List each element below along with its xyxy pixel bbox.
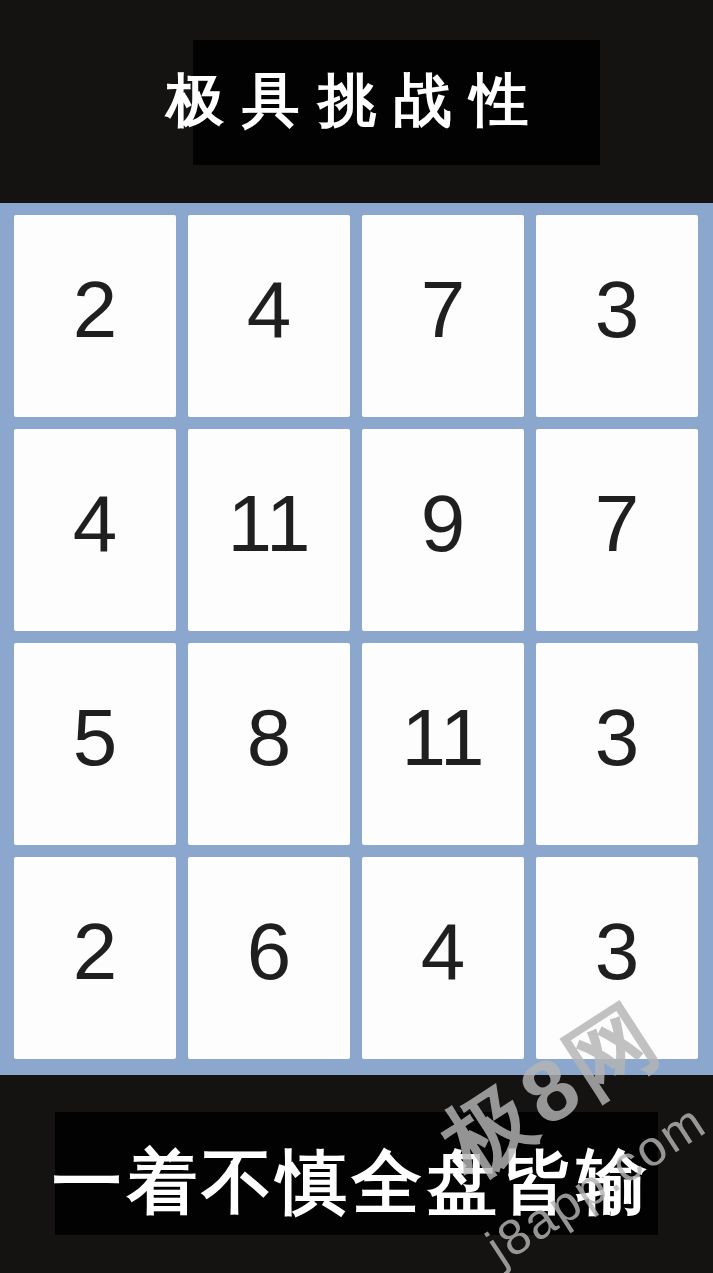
grid-cell-r3c3[interactable]: 11	[362, 643, 524, 845]
cell-value: 4	[421, 912, 466, 992]
grid-cell-r4c4[interactable]: 3	[536, 857, 698, 1059]
grid-cell-r2c3[interactable]: 9	[362, 429, 524, 631]
cell-value: 2	[73, 912, 118, 992]
cell-value: 9	[421, 484, 466, 564]
cell-value: 3	[595, 698, 640, 778]
cell-value: 4	[247, 270, 292, 350]
cell-value: 2	[73, 270, 118, 350]
footer-caption: 一着不慎全盘皆输	[52, 1147, 652, 1217]
cell-value: 3	[595, 270, 640, 350]
cell-value: 5	[73, 698, 118, 778]
cell-value: 7	[595, 484, 640, 564]
grid-cell-r1c4[interactable]: 3	[536, 215, 698, 417]
puzzle-board: 247341197581132643	[0, 203, 713, 1075]
grid-cell-r3c4[interactable]: 3	[536, 643, 698, 845]
cell-value: 7	[421, 270, 466, 350]
grid-cell-r4c1[interactable]: 2	[14, 857, 176, 1059]
cell-value: 3	[595, 912, 640, 992]
page-title: 极具挑战性	[166, 71, 546, 129]
cell-value: 6	[247, 912, 292, 992]
cell-value: 11	[401, 698, 484, 778]
grid-cell-r2c1[interactable]: 4	[14, 429, 176, 631]
grid-cell-r3c1[interactable]: 5	[14, 643, 176, 845]
grid-cell-r1c1[interactable]: 2	[14, 215, 176, 417]
grid-cell-r4c3[interactable]: 4	[362, 857, 524, 1059]
cell-value: 8	[247, 698, 292, 778]
cell-value: 11	[227, 484, 310, 564]
grid-cell-r1c2[interactable]: 4	[188, 215, 350, 417]
grid-cell-r4c2[interactable]: 6	[188, 857, 350, 1059]
screenshot-stage: 极具挑战性 247341197581132643 一着不慎全盘皆输 极8网 j8…	[0, 0, 713, 1273]
cell-value: 4	[73, 484, 118, 564]
grid-cell-r2c2[interactable]: 11	[188, 429, 350, 631]
grid-cell-r3c2[interactable]: 8	[188, 643, 350, 845]
grid-cell-r2c4[interactable]: 7	[536, 429, 698, 631]
grid-cell-r1c3[interactable]: 7	[362, 215, 524, 417]
